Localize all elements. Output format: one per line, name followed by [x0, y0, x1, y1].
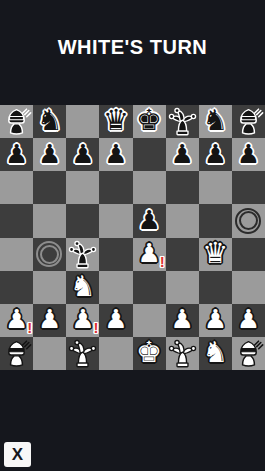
jester-piece-icon	[167, 338, 198, 369]
square-h6[interactable]	[232, 171, 265, 204]
turn-indicator: WHITE'S TURN	[0, 36, 265, 59]
square-e1[interactable]: ♚	[133, 337, 166, 370]
square-d1[interactable]	[99, 337, 132, 370]
app-window: WHITE'S TURN ♞♛♚ ♞ ♟♟♟♟♟♟♟♟	[0, 0, 265, 471]
square-a8[interactable]	[0, 105, 33, 138]
square-d8[interactable]: ♛	[99, 105, 132, 138]
square-h4[interactable]	[232, 238, 265, 271]
piece-black-pawn[interactable]: ♟	[71, 141, 94, 167]
square-g5[interactable]	[199, 204, 232, 237]
square-f3[interactable]	[166, 271, 199, 304]
piece-white-queen[interactable]: ♛	[202, 239, 228, 268]
piece-black-pawn[interactable]: ♟	[38, 141, 61, 167]
piece-white-pawn[interactable]: ♟	[204, 306, 227, 332]
square-c3[interactable]: ♞	[66, 271, 99, 304]
piece-white-pawn[interactable]: ♟	[71, 306, 94, 332]
square-a7[interactable]: ♟	[0, 138, 33, 171]
jester-piece-icon	[67, 338, 98, 369]
piece-white-pawn[interactable]: ♟	[5, 306, 28, 332]
jester-piece-icon	[67, 239, 98, 270]
piece-white-jester[interactable]	[67, 338, 98, 369]
square-f1[interactable]	[166, 337, 199, 370]
square-a3[interactable]	[0, 271, 33, 304]
square-d2[interactable]: ♟	[99, 304, 132, 337]
piece-black-cloaked[interactable]	[1, 106, 32, 137]
piece-black-pawn[interactable]: ♟	[104, 141, 127, 167]
board: ♞♛♚ ♞ ♟♟♟♟♟♟♟♟ ♟!♛♞♟!♟♟!♟♟♟♟	[0, 105, 265, 370]
square-b6[interactable]	[33, 171, 66, 204]
piece-white-cloaked[interactable]	[233, 338, 264, 369]
square-d5[interactable]	[99, 204, 132, 237]
piece-black-pawn[interactable]: ♟	[237, 141, 260, 167]
square-c6[interactable]	[66, 171, 99, 204]
piece-white-knight[interactable]: ♞	[202, 338, 228, 367]
square-c2[interactable]: ♟!	[66, 304, 99, 337]
cloaked-piece-icon	[1, 106, 32, 137]
square-h2[interactable]: ♟	[232, 304, 265, 337]
square-h5[interactable]	[232, 204, 265, 237]
square-e2[interactable]	[133, 304, 166, 337]
square-c7[interactable]: ♟	[66, 138, 99, 171]
square-e8[interactable]: ♚	[133, 105, 166, 138]
square-c1[interactable]	[66, 337, 99, 370]
square-e3[interactable]	[133, 271, 166, 304]
square-f8[interactable]	[166, 105, 199, 138]
piece-black-pawn[interactable]: ♟	[204, 141, 227, 167]
square-a2[interactable]: ♟!	[0, 304, 33, 337]
square-f5[interactable]	[166, 204, 199, 237]
square-e5[interactable]: ♟	[133, 204, 166, 237]
square-a1[interactable]	[0, 337, 33, 370]
cloaked-piece-icon	[233, 106, 264, 137]
square-g4[interactable]: ♛	[199, 238, 232, 271]
square-f4[interactable]	[166, 238, 199, 271]
piece-black-knight[interactable]: ♞	[37, 106, 63, 135]
threat-exclamation-marker: !	[27, 319, 32, 336]
square-c5[interactable]	[66, 204, 99, 237]
square-b2[interactable]: ♟	[33, 304, 66, 337]
piece-white-pawn[interactable]: ♟	[104, 306, 127, 332]
square-a4[interactable]	[0, 238, 33, 271]
piece-black-pawn[interactable]: ♟	[171, 141, 194, 167]
square-e4[interactable]: ♟!	[133, 238, 166, 271]
piece-white-knight[interactable]: ♞	[70, 272, 96, 301]
square-d6[interactable]	[99, 171, 132, 204]
piece-black-pawn[interactable]: ♟	[137, 207, 160, 233]
cloaked-piece-icon	[1, 338, 32, 369]
piece-white-pawn[interactable]: ♟	[171, 306, 194, 332]
piece-black-pawn[interactable]: ♟	[5, 141, 28, 167]
square-g3[interactable]	[199, 271, 232, 304]
square-g6[interactable]	[199, 171, 232, 204]
piece-black-knight[interactable]: ♞	[202, 106, 228, 135]
square-d4[interactable]	[99, 238, 132, 271]
piece-white-king[interactable]: ♚	[136, 338, 162, 367]
square-e6[interactable]	[133, 171, 166, 204]
square-c8[interactable]	[66, 105, 99, 138]
threat-exclamation-marker: !	[93, 319, 98, 336]
threat-exclamation-marker: !	[160, 253, 165, 270]
cloaked-piece-icon	[233, 338, 264, 369]
square-g2[interactable]: ♟	[199, 304, 232, 337]
piece-black-jester[interactable]	[67, 239, 98, 270]
square-h8[interactable]	[232, 105, 265, 138]
square-d3[interactable]	[99, 271, 132, 304]
piece-black-queen[interactable]: ♛	[103, 106, 129, 135]
square-b7[interactable]: ♟	[33, 138, 66, 171]
square-f7[interactable]: ♟	[166, 138, 199, 171]
piece-black-jester[interactable]	[167, 106, 198, 137]
square-b4[interactable]	[33, 238, 66, 271]
square-d7[interactable]: ♟	[99, 138, 132, 171]
square-g8[interactable]: ♞	[199, 105, 232, 138]
close-button[interactable]: X	[4, 442, 31, 467]
piece-black-cloaked[interactable]	[233, 106, 264, 137]
piece-white-jester[interactable]	[167, 338, 198, 369]
square-h3[interactable]	[232, 271, 265, 304]
square-h1[interactable]	[232, 337, 265, 370]
piece-white-pawn[interactable]: ♟	[137, 240, 160, 266]
square-h7[interactable]: ♟	[232, 138, 265, 171]
ring-marker	[40, 245, 59, 264]
square-a5[interactable]	[0, 204, 33, 237]
square-c4[interactable]	[66, 238, 99, 271]
ring-marker	[239, 211, 258, 230]
piece-white-pawn[interactable]: ♟	[38, 306, 61, 332]
square-b1[interactable]	[33, 337, 66, 370]
square-b5[interactable]	[33, 204, 66, 237]
piece-white-pawn[interactable]: ♟	[237, 306, 260, 332]
square-e7[interactable]	[133, 138, 166, 171]
square-a6[interactable]	[0, 171, 33, 204]
square-f6[interactable]	[166, 171, 199, 204]
square-g7[interactable]: ♟	[199, 138, 232, 171]
piece-white-cloaked[interactable]	[1, 338, 32, 369]
jester-piece-icon	[167, 106, 198, 137]
square-b8[interactable]: ♞	[33, 105, 66, 138]
piece-black-king[interactable]: ♚	[136, 106, 162, 135]
square-g1[interactable]: ♞	[199, 337, 232, 370]
square-b3[interactable]	[33, 271, 66, 304]
square-f2[interactable]: ♟	[166, 304, 199, 337]
